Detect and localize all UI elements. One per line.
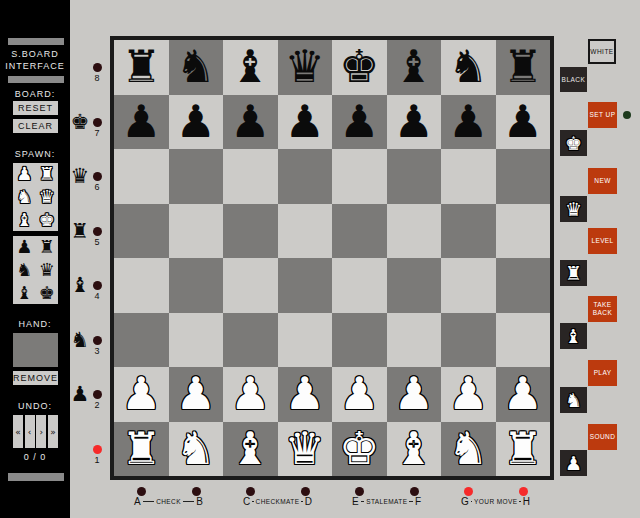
file-label-b: B	[196, 496, 203, 507]
file-label-f: F	[415, 496, 421, 507]
level-button[interactable]: LEVEL	[588, 228, 617, 254]
square-h6[interactable]	[496, 149, 551, 204]
square-h7[interactable]: ♟	[496, 95, 551, 150]
file-led-f	[410, 487, 419, 496]
spawn-black-queen[interactable]: ♛	[36, 259, 59, 282]
piece-black-king: ♚	[39, 282, 55, 304]
square-a7[interactable]: ♟	[114, 95, 169, 150]
piece-black-pawn: ♟	[16, 236, 32, 258]
square-h4[interactable]	[496, 258, 551, 313]
piece-white-bishop[interactable]: ♝	[394, 422, 434, 476]
piece-black-pawn[interactable]: ♟	[176, 95, 216, 149]
status-label-check: CHECK	[156, 498, 181, 505]
status-label-checkmate: CHECKMATE	[256, 498, 300, 505]
piece-white-pawn[interactable]: ♟	[230, 367, 270, 421]
white-rook-glyph: ♜	[565, 260, 582, 286]
spawn-black-rook[interactable]: ♜	[36, 236, 59, 259]
piece-white-pawn[interactable]: ♟	[339, 367, 379, 421]
file-label-a: A	[134, 496, 141, 507]
square-a1[interactable]: ♜	[114, 422, 169, 477]
rank-piece-indicator-bishop: ♝	[68, 273, 92, 297]
file-led-g	[464, 487, 473, 496]
white-pawn-icon[interactable]: ♟	[560, 450, 587, 476]
square-f8[interactable]: ♝	[387, 40, 442, 95]
square-d4[interactable]	[278, 258, 333, 313]
piece-black-pawn[interactable]: ♟	[285, 95, 325, 149]
square-b5[interactable]	[169, 204, 224, 259]
piece-white-knight[interactable]: ♞	[176, 422, 216, 476]
rank-piece-indicator-knight: ♞	[68, 328, 92, 352]
square-g2[interactable]: ♟	[441, 367, 496, 422]
status-group-your-move: GYOUR MOVEH	[461, 496, 530, 507]
rank-led-4	[93, 281, 102, 290]
piece-white-queen[interactable]: ♛	[285, 422, 325, 476]
piece-black-king[interactable]: ♚	[339, 40, 379, 94]
undo-counter: 0 / 0	[0, 452, 70, 462]
status-label-your-move: YOUR MOVE	[474, 498, 517, 505]
white-knight-icon[interactable]: ♞	[560, 387, 587, 413]
square-g7[interactable]: ♟	[441, 95, 496, 150]
status-group-check: ACHECKB	[134, 496, 203, 507]
square-f2[interactable]: ♟	[387, 367, 442, 422]
sound-button[interactable]: SOUND	[588, 424, 617, 450]
square-c6[interactable]	[223, 149, 278, 204]
square-g6[interactable]	[441, 149, 496, 204]
sidebar-divider-bottom	[8, 473, 64, 481]
piece-white-pawn[interactable]: ♟	[121, 367, 161, 421]
square-a3[interactable]	[114, 313, 169, 368]
piece-white-king: ♚	[39, 209, 55, 231]
reset-button[interactable]: RESET	[13, 101, 58, 115]
white-king-icon[interactable]: ♚	[560, 130, 587, 156]
undo-section-label: UNDO:	[0, 401, 70, 411]
take-back-button[interactable]: TAKE BACK	[588, 296, 617, 322]
square-b7[interactable]: ♟	[169, 95, 224, 150]
file-label-c: C	[243, 496, 250, 507]
square-f5[interactable]	[387, 204, 442, 259]
piece-black-pawn[interactable]: ♟	[503, 95, 543, 149]
piece-black-knight[interactable]: ♞	[176, 40, 216, 94]
board-section-label: BOARD:	[0, 89, 70, 99]
rank-led-5	[93, 227, 102, 236]
rank-label-8: 8	[88, 73, 106, 83]
square-c4[interactable]	[223, 258, 278, 313]
spawn-section-label: SPAWN:	[0, 149, 70, 159]
square-h3[interactable]	[496, 313, 551, 368]
piece-white-pawn[interactable]: ♟	[394, 367, 434, 421]
square-a6[interactable]	[114, 149, 169, 204]
rank-led-3	[93, 336, 102, 345]
square-e1[interactable]: ♚	[332, 422, 387, 477]
square-e2[interactable]: ♟	[332, 367, 387, 422]
rank-led-2	[93, 390, 102, 399]
clear-button[interactable]: CLEAR	[13, 119, 58, 133]
square-h5[interactable]	[496, 204, 551, 259]
white-queen-glyph: ♛	[565, 196, 582, 222]
piece-black-queen[interactable]: ♛	[285, 40, 325, 94]
piece-black-knight: ♞	[16, 259, 32, 281]
piece-white-rook: ♜	[39, 163, 55, 185]
piece-black-bishop: ♝	[16, 282, 32, 304]
square-e8[interactable]: ♚	[332, 40, 387, 95]
white-pawn-glyph: ♟	[565, 450, 582, 476]
piece-black-pawn[interactable]: ♟	[448, 95, 488, 149]
set-up-button[interactable]: SET UP	[588, 102, 617, 128]
piece-white-king[interactable]: ♚	[339, 422, 379, 476]
chess-board: ♜♞♝♛♚♝♞♜♟♟♟♟♟♟♟♟♟♟♟♟♟♟♟♟♜♞♝♛♚♝♞♜	[114, 40, 550, 476]
square-g5[interactable]	[441, 204, 496, 259]
white-bishop-glyph: ♝	[565, 323, 582, 349]
square-d8[interactable]: ♛	[278, 40, 333, 95]
file-label-g: G	[461, 496, 469, 507]
board-frame: ♜♞♝♛♚♝♞♜♟♟♟♟♟♟♟♟♟♟♟♟♟♟♟♟♜♞♝♛♚♝♞♜	[110, 36, 554, 480]
file-label-d: D	[305, 496, 312, 507]
file-led-b	[192, 487, 201, 496]
hand-slot[interactable]	[13, 333, 58, 367]
status-group-stalemate: ESTALEMATEF	[352, 496, 421, 507]
square-c1[interactable]: ♝	[223, 422, 278, 477]
sidebar-divider-top	[8, 38, 64, 45]
redo-all-button[interactable]: »	[48, 415, 58, 448]
status-indicator-dot	[623, 111, 631, 119]
square-g1[interactable]: ♞	[441, 422, 496, 477]
piece-black-pawn[interactable]: ♟	[339, 95, 379, 149]
piece-white-queen: ♛	[39, 186, 55, 208]
file-led-h	[519, 487, 528, 496]
square-b2[interactable]: ♟	[169, 367, 224, 422]
black-side-button[interactable]: BLACK	[560, 67, 587, 92]
rank-led-6	[93, 172, 102, 181]
piece-black-rook: ♜	[39, 236, 55, 258]
square-h8[interactable]: ♜	[496, 40, 551, 95]
file-led-a	[137, 487, 146, 496]
square-e6[interactable]	[332, 149, 387, 204]
square-b1[interactable]: ♞	[169, 422, 224, 477]
square-d1[interactable]: ♛	[278, 422, 333, 477]
square-b4[interactable]	[169, 258, 224, 313]
spawn-black-pawn[interactable]: ♟	[13, 236, 36, 259]
square-g3[interactable]	[441, 313, 496, 368]
white-queen-icon[interactable]: ♛	[560, 196, 587, 222]
rank-piece-indicator-rook: ♜	[68, 219, 92, 243]
rank-piece-indicator-pawn: ♟	[68, 382, 92, 406]
spawn-white-queen[interactable]: ♛	[36, 186, 59, 209]
square-d3[interactable]	[278, 313, 333, 368]
undo-all-button[interactable]: «	[13, 415, 23, 448]
file-led-c	[246, 487, 255, 496]
piece-black-knight[interactable]: ♞	[448, 40, 488, 94]
spawn-grid-black: ♟♜♞♛♝♚	[13, 236, 58, 304]
rank-piece-indicator-king: ♚	[68, 110, 92, 134]
spawn-white-rook[interactable]: ♜	[36, 163, 59, 186]
square-f7[interactable]: ♟	[387, 95, 442, 150]
square-a4[interactable]	[114, 258, 169, 313]
square-c7[interactable]: ♟	[223, 95, 278, 150]
app-title-line2: INTERFACE	[0, 61, 70, 71]
undo-button[interactable]: ‹	[25, 415, 35, 448]
square-c2[interactable]: ♟	[223, 367, 278, 422]
square-h2[interactable]: ♟	[496, 367, 551, 422]
square-f6[interactable]	[387, 149, 442, 204]
square-c5[interactable]	[223, 204, 278, 259]
piece-black-bishop[interactable]: ♝	[230, 40, 270, 94]
piece-black-pawn[interactable]: ♟	[121, 95, 161, 149]
spawn-white-pawn[interactable]: ♟	[13, 163, 36, 186]
square-g8[interactable]: ♞	[441, 40, 496, 95]
status-group-checkmate: CCHECKMATED	[243, 496, 312, 507]
spawn-black-bishop[interactable]: ♝	[13, 281, 36, 304]
file-label-e: E	[352, 496, 359, 507]
white-rook-icon[interactable]: ♜	[560, 260, 587, 286]
sidebar-divider-mid	[8, 76, 64, 83]
square-a8[interactable]: ♜	[114, 40, 169, 95]
white-knight-glyph: ♞	[565, 387, 582, 413]
square-e7[interactable]: ♟	[332, 95, 387, 150]
square-d7[interactable]: ♟	[278, 95, 333, 150]
undo-controls: «‹›»	[13, 415, 58, 448]
piece-white-pawn[interactable]: ♟	[448, 367, 488, 421]
square-f1[interactable]: ♝	[387, 422, 442, 477]
square-f3[interactable]	[387, 313, 442, 368]
square-b6[interactable]	[169, 149, 224, 204]
square-c3[interactable]	[223, 313, 278, 368]
piece-black-pawn[interactable]: ♟	[230, 95, 270, 149]
square-e4[interactable]	[332, 258, 387, 313]
spawn-black-knight[interactable]: ♞	[13, 259, 36, 282]
square-h1[interactable]: ♜	[496, 422, 551, 477]
piece-black-rook[interactable]: ♜	[121, 40, 161, 94]
white-king-glyph: ♚	[565, 130, 582, 156]
white-side-button[interactable]: WHITE	[588, 39, 616, 64]
status-label-stalemate: STALEMATE	[366, 498, 407, 505]
piece-black-queen: ♛	[39, 259, 55, 281]
piece-white-pawn[interactable]: ♟	[285, 367, 325, 421]
piece-black-pawn[interactable]: ♟	[394, 95, 434, 149]
rank-piece-indicator-queen: ♛	[68, 164, 92, 188]
square-f4[interactable]	[387, 258, 442, 313]
spawn-black-king[interactable]: ♚	[36, 281, 59, 304]
square-a5[interactable]	[114, 204, 169, 259]
new-button[interactable]: NEW	[588, 168, 617, 194]
piece-white-knight: ♞	[16, 186, 32, 208]
file-led-d	[301, 487, 310, 496]
spawn-white-king[interactable]: ♚	[36, 208, 59, 231]
spawn-grid-white: ♟♜♞♛♝♚	[13, 163, 58, 231]
hand-section-label: HAND:	[0, 319, 70, 329]
rank-label-1: 1	[88, 455, 106, 465]
redo-button[interactable]: ›	[36, 415, 46, 448]
chess-computer-ui: S.BOARD INTERFACE BOARD: RESET CLEAR SPA…	[0, 0, 640, 518]
piece-white-rook[interactable]: ♜	[121, 422, 161, 476]
piece-white-bishop: ♝	[16, 209, 32, 231]
file-label-h: H	[523, 496, 530, 507]
square-e5[interactable]	[332, 204, 387, 259]
spawn-white-knight[interactable]: ♞	[13, 186, 36, 209]
square-g4[interactable]	[441, 258, 496, 313]
square-a2[interactable]: ♟	[114, 367, 169, 422]
play-button[interactable]: PLAY	[588, 360, 617, 386]
piece-black-rook[interactable]: ♜	[503, 40, 543, 94]
piece-white-rook[interactable]: ♜	[503, 422, 543, 476]
piece-white-pawn[interactable]: ♟	[503, 367, 543, 421]
rank-led-1	[93, 445, 102, 454]
square-c8[interactable]: ♝	[223, 40, 278, 95]
file-led-e	[355, 487, 364, 496]
piece-white-pawn[interactable]: ♟	[176, 367, 216, 421]
square-e3[interactable]	[332, 313, 387, 368]
square-d2[interactable]: ♟	[278, 367, 333, 422]
white-bishop-icon[interactable]: ♝	[560, 323, 587, 349]
piece-black-bishop[interactable]: ♝	[394, 40, 434, 94]
square-d6[interactable]	[278, 149, 333, 204]
square-b8[interactable]: ♞	[169, 40, 224, 95]
spawn-white-bishop[interactable]: ♝	[13, 208, 36, 231]
piece-white-knight[interactable]: ♞	[448, 422, 488, 476]
sidebar: S.BOARD INTERFACE BOARD: RESET CLEAR SPA…	[0, 0, 70, 518]
rank-led-7	[93, 118, 102, 127]
piece-white-bishop[interactable]: ♝	[230, 422, 270, 476]
square-d5[interactable]	[278, 204, 333, 259]
square-b3[interactable]	[169, 313, 224, 368]
piece-white-pawn: ♟	[16, 163, 32, 185]
rank-led-8	[93, 63, 102, 72]
remove-button[interactable]: REMOVE	[13, 371, 58, 385]
app-title-line1: S.BOARD	[0, 49, 70, 59]
